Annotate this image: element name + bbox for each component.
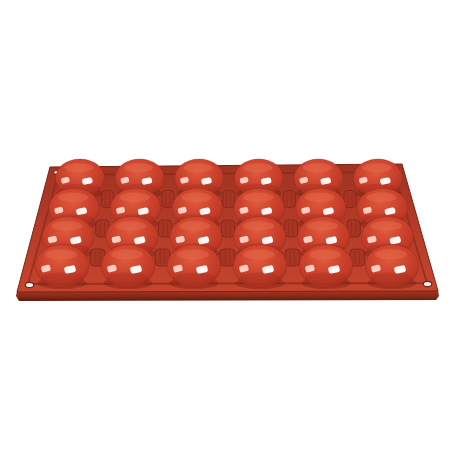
connector-tab [221, 220, 235, 237]
connector-tab [283, 191, 295, 208]
corner-hole [423, 281, 431, 286]
connector-tab [223, 191, 235, 208]
corner-hole [25, 282, 33, 287]
cavity-dome-r4c1 [35, 245, 89, 290]
connector-tab [285, 249, 300, 266]
cavity-dome-r4c2 [101, 245, 155, 290]
product-photo [0, 0, 460, 460]
cavity-dome-r4c6 [365, 245, 419, 290]
cavity-dome-r4c4 [233, 245, 287, 290]
cavity-dome-r4c3 [167, 245, 221, 290]
cavity-dome-r4c5 [299, 245, 353, 290]
connector-tab [284, 220, 298, 237]
mold-tray-svg [0, 0, 460, 460]
connector-tab [220, 249, 235, 266]
